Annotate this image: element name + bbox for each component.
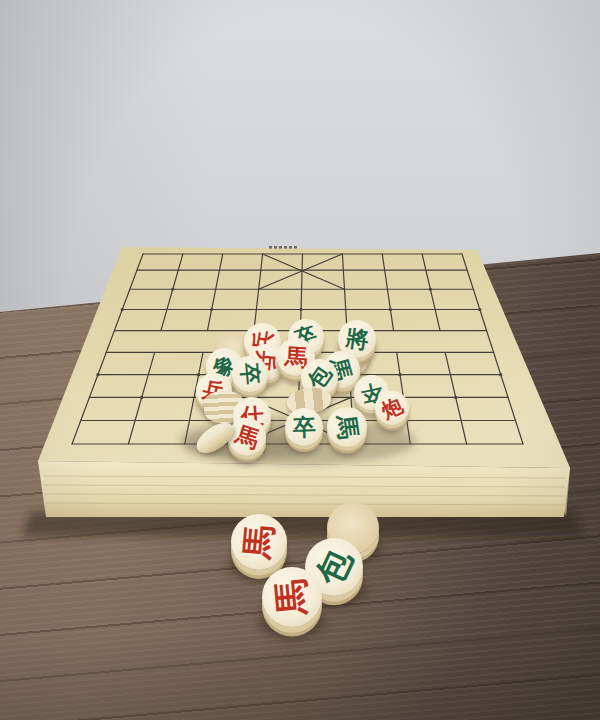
piece-character: 馬 — [272, 577, 311, 616]
piece-character: 將 — [344, 326, 370, 352]
xiangqi-piece-green-soldier: 卒 — [285, 408, 323, 446]
piece-character: 卒 — [292, 415, 316, 439]
piece-character: 炮 — [378, 394, 405, 421]
piece-character: 馬 — [333, 413, 360, 440]
xiangqi-piece-red-horse: 馬 — [262, 567, 322, 627]
xiangqi-piece-red-horse: 馬 — [228, 418, 266, 456]
board-front-face — [38, 461, 570, 517]
xiangqi-piece-green-horse: 馬 — [327, 407, 367, 447]
xiangqi-piece-red-horse: 馬 — [231, 514, 287, 570]
xiangqi-piece-green-soldier: 卒 — [232, 356, 268, 392]
xiangqi-piece-red-cannon: 炮 — [375, 391, 409, 425]
piece-character: 馬 — [233, 423, 262, 452]
piece-character: 馬 — [241, 524, 277, 560]
photo-scene: 將卒兵兵馬馬包象卒卒炮兵仕馬卒馬馬包馬 — [0, 0, 600, 720]
maker-stamp-top — [269, 246, 297, 249]
piece-character: 卒 — [238, 362, 261, 385]
